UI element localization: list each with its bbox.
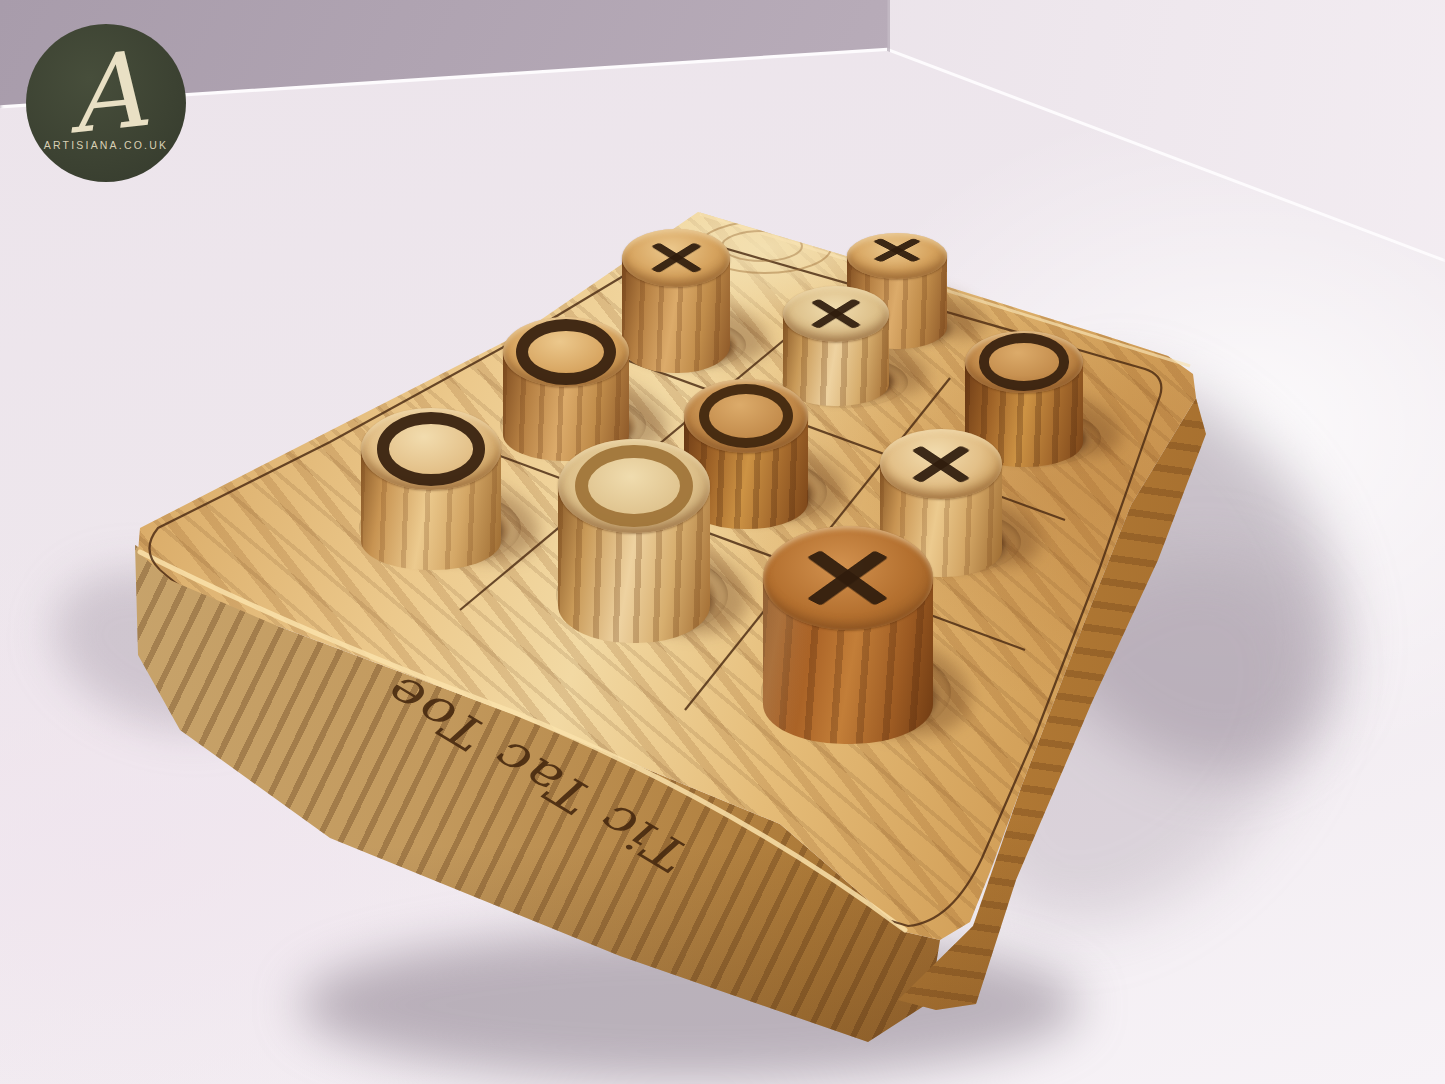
piece-top-face — [880, 429, 1002, 499]
o-mark — [516, 319, 616, 385]
o-mark — [979, 333, 1070, 390]
piece-top-face — [783, 286, 889, 342]
o-mark — [377, 412, 485, 485]
piece-top-face — [361, 408, 501, 490]
piece-top-face — [965, 331, 1083, 393]
piece-x-A1[interactable] — [622, 229, 730, 402]
piece-o-B3[interactable] — [558, 439, 710, 690]
scene: Tic Tac Toe A ARTISIANA.CO.UK — [0, 0, 1445, 1084]
o-mark — [699, 384, 793, 448]
brand-monogram: A — [64, 45, 148, 141]
piece-top-face — [503, 317, 629, 387]
piece-top-face — [847, 233, 947, 279]
piece-top-face — [622, 229, 730, 287]
o-mark — [575, 445, 692, 527]
piece-top-face — [558, 439, 710, 533]
piece-o-A3[interactable] — [361, 408, 501, 611]
piece-x-C3[interactable] — [763, 526, 933, 796]
piece-top-face — [763, 526, 933, 630]
brand-logo: A ARTISIANA.CO.UK — [26, 24, 186, 182]
wall-corner-seam — [887, 0, 890, 52]
